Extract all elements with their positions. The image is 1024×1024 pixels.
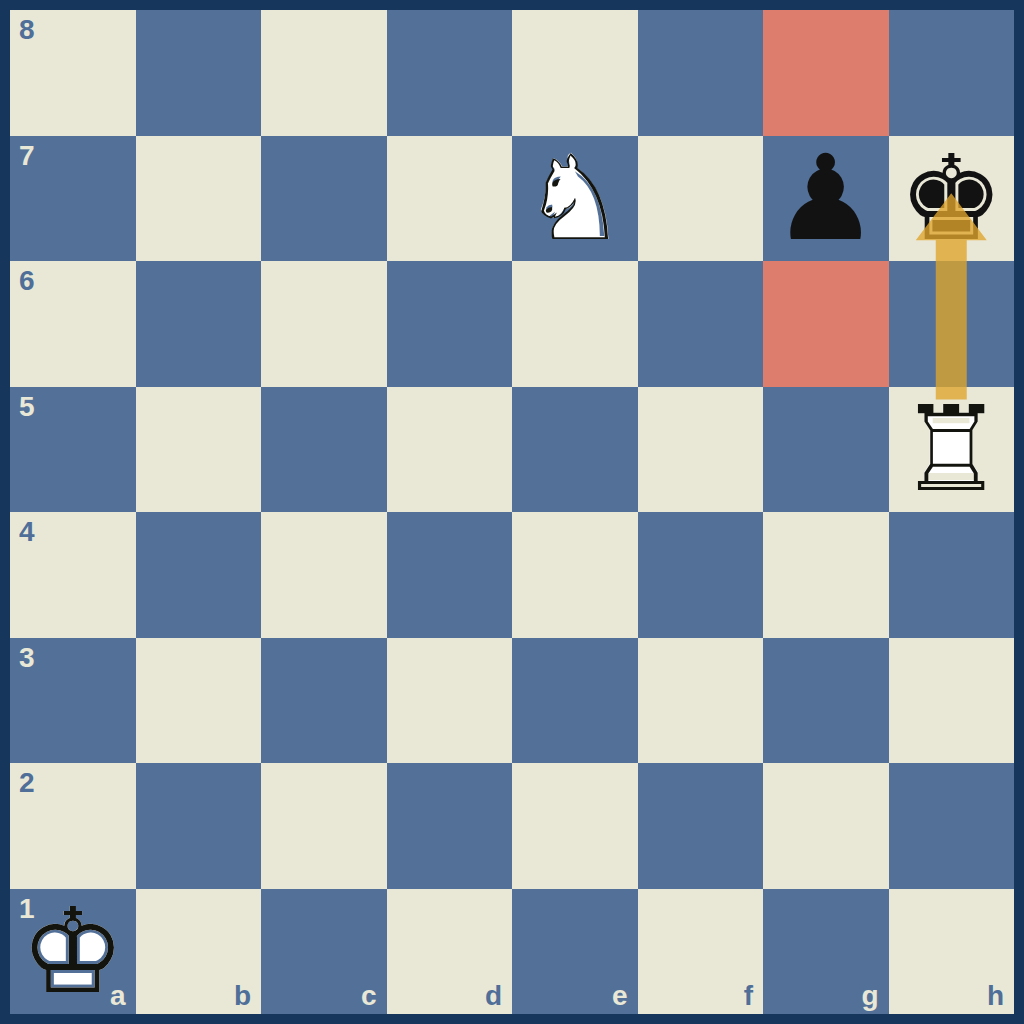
square-e2[interactable] [512, 763, 638, 889]
square-b6[interactable] [136, 261, 262, 387]
square-g5[interactable] [763, 387, 889, 513]
square-a5[interactable]: 5 [10, 387, 136, 513]
rank-label-7: 7 [19, 142, 35, 170]
square-h1[interactable]: h [889, 889, 1015, 1015]
square-f7[interactable] [638, 136, 764, 262]
square-e1[interactable]: e [512, 889, 638, 1015]
square-g4[interactable] [763, 512, 889, 638]
square-b8[interactable] [136, 10, 262, 136]
square-d4[interactable] [387, 512, 513, 638]
square-d5[interactable] [387, 387, 513, 513]
square-d7[interactable] [387, 136, 513, 262]
square-d6[interactable] [387, 261, 513, 387]
square-d1[interactable]: d [387, 889, 513, 1015]
rank-label-2: 2 [19, 769, 35, 797]
white-knight-glyph: ♘ [512, 136, 638, 262]
square-h2[interactable] [889, 763, 1015, 889]
file-label-f: f [744, 982, 753, 1010]
square-c2[interactable] [261, 763, 387, 889]
square-a6[interactable]: 6 [10, 261, 136, 387]
square-e4[interactable] [512, 512, 638, 638]
file-label-g: g [861, 982, 878, 1010]
piece-black-pawn[interactable]: ♟ [763, 136, 889, 262]
square-h8[interactable] [889, 10, 1015, 136]
square-g3[interactable] [763, 638, 889, 764]
black-pawn-glyph: ♟ [763, 136, 889, 262]
square-a3[interactable]: 3 [10, 638, 136, 764]
square-e3[interactable] [512, 638, 638, 764]
square-h7[interactable]: ♚ [889, 136, 1015, 262]
rank-label-5: 5 [19, 393, 35, 421]
square-f5[interactable] [638, 387, 764, 513]
square-e8[interactable] [512, 10, 638, 136]
piece-white-king[interactable]: ♚♔ [10, 889, 136, 1015]
black-king-glyph: ♚ [889, 136, 1015, 262]
white-rook-glyph: ♖ [889, 387, 1015, 513]
square-g8[interactable] [763, 10, 889, 136]
piece-black-king[interactable]: ♚ [889, 136, 1015, 262]
square-h3[interactable] [889, 638, 1015, 764]
square-e6[interactable] [512, 261, 638, 387]
square-g7[interactable]: ♟ [763, 136, 889, 262]
piece-white-rook[interactable]: ♜♖ [889, 387, 1015, 513]
square-b1[interactable]: b [136, 889, 262, 1015]
square-b4[interactable] [136, 512, 262, 638]
square-g1[interactable]: g [763, 889, 889, 1015]
square-f4[interactable] [638, 512, 764, 638]
square-f6[interactable] [638, 261, 764, 387]
square-d3[interactable] [387, 638, 513, 764]
rank-label-6: 6 [19, 267, 35, 295]
square-e5[interactable] [512, 387, 638, 513]
square-f8[interactable] [638, 10, 764, 136]
square-a4[interactable]: 4 [10, 512, 136, 638]
square-b3[interactable] [136, 638, 262, 764]
square-a8[interactable]: 8 [10, 10, 136, 136]
square-c3[interactable] [261, 638, 387, 764]
chess-board: 87♞♘♟♚65♜♖4321a♚♔bcdefgh [0, 0, 1024, 1024]
square-a7[interactable]: 7 [10, 136, 136, 262]
rank-label-3: 3 [19, 644, 35, 672]
square-h5[interactable]: ♜♖ [889, 387, 1015, 513]
square-f1[interactable]: f [638, 889, 764, 1015]
square-g6[interactable] [763, 261, 889, 387]
square-c4[interactable] [261, 512, 387, 638]
square-c8[interactable] [261, 10, 387, 136]
file-label-d: d [485, 982, 502, 1010]
square-d8[interactable] [387, 10, 513, 136]
square-c1[interactable]: c [261, 889, 387, 1015]
piece-white-knight[interactable]: ♞♘ [512, 136, 638, 262]
square-b7[interactable] [136, 136, 262, 262]
square-c5[interactable] [261, 387, 387, 513]
square-e7[interactable]: ♞♘ [512, 136, 638, 262]
square-g2[interactable] [763, 763, 889, 889]
square-f2[interactable] [638, 763, 764, 889]
square-a2[interactable]: 2 [10, 763, 136, 889]
square-h4[interactable] [889, 512, 1015, 638]
file-label-b: b [234, 982, 251, 1010]
board-grid: 87♞♘♟♚65♜♖4321a♚♔bcdefgh [10, 10, 1014, 1014]
file-label-e: e [612, 982, 628, 1010]
square-c7[interactable] [261, 136, 387, 262]
white-king-glyph: ♔ [10, 889, 136, 1015]
square-h6[interactable] [889, 261, 1015, 387]
file-label-h: h [987, 982, 1004, 1010]
rank-label-4: 4 [19, 518, 35, 546]
square-d2[interactable] [387, 763, 513, 889]
square-b2[interactable] [136, 763, 262, 889]
file-label-c: c [361, 982, 377, 1010]
square-a1[interactable]: 1a♚♔ [10, 889, 136, 1015]
rank-label-8: 8 [19, 16, 35, 44]
square-c6[interactable] [261, 261, 387, 387]
square-f3[interactable] [638, 638, 764, 764]
square-b5[interactable] [136, 387, 262, 513]
